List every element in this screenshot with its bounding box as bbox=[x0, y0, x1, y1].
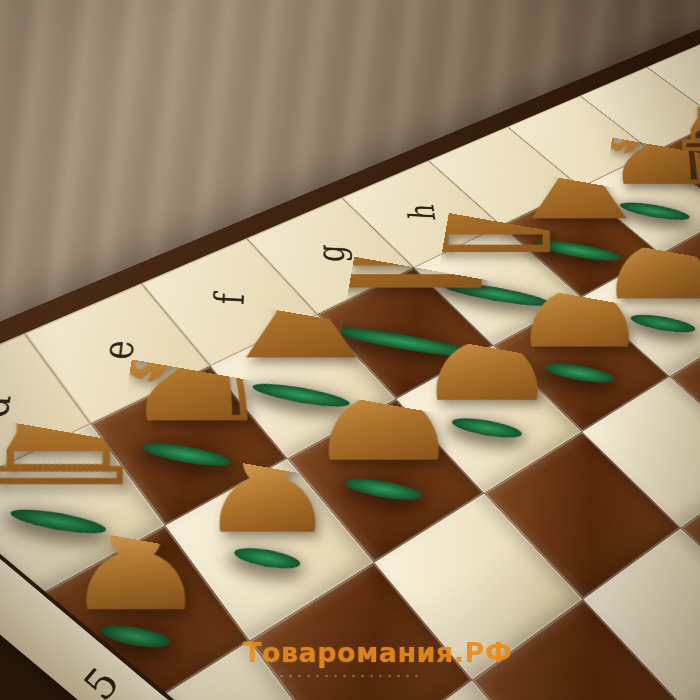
file-label-f: f bbox=[205, 292, 253, 305]
board-scene: defgh♜♞♝♚♛♝♞♜♟♟♟♟♟♟ bbox=[0, 0, 700, 700]
file-label-h: h bbox=[400, 202, 444, 220]
pawn-glyph: ♟ bbox=[62, 470, 210, 635]
pawn-glyph: ♟ bbox=[196, 397, 339, 557]
rank-label-5: 5 bbox=[74, 658, 129, 700]
watermark-text: Товаромания.РФ bbox=[243, 637, 512, 668]
board-plane: defgh♜♞♝♚♛♝♞♜♟♟♟♟♟♟ bbox=[0, 26, 700, 700]
file-label-e: e bbox=[91, 339, 144, 360]
photo-stage: defgh♜♞♝♚♛♝♞♜♟♟♟♟♟♟ 6 5 Товаромания.РФ bbox=[0, 0, 700, 700]
board-tilt-wrapper: defgh♜♞♝♚♛♝♞♜♟♟♟♟♟♟ bbox=[0, 0, 700, 700]
watermark-speckles bbox=[268, 673, 418, 679]
file-label-g: g bbox=[308, 243, 353, 263]
